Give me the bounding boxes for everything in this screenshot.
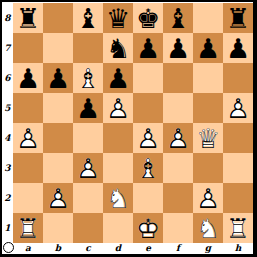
piece-bP: ♟ xyxy=(223,33,253,63)
piece-bP: ♟ xyxy=(133,33,163,63)
square-f3[interactable] xyxy=(163,153,193,183)
piece-bB: ♝ xyxy=(163,3,193,33)
rank-label-2: 2 xyxy=(2,183,13,213)
piece-bP: ♟ xyxy=(43,63,73,93)
square-e7[interactable]: ♟ xyxy=(133,33,163,63)
square-d5[interactable]: ♟♙ xyxy=(103,93,133,123)
piece-bR: ♜ xyxy=(223,3,253,33)
square-d4[interactable] xyxy=(103,123,133,153)
piece-wP: ♟♙ xyxy=(163,123,193,153)
piece-wN: ♞♘ xyxy=(103,183,133,213)
square-f4[interactable]: ♟♙ xyxy=(163,123,193,153)
square-h6[interactable] xyxy=(223,63,253,93)
square-a6[interactable]: ♟ xyxy=(13,63,43,93)
square-a5[interactable] xyxy=(13,93,43,123)
square-h3[interactable] xyxy=(223,153,253,183)
rank-label-6: 6 xyxy=(2,63,13,93)
piece-bP: ♟ xyxy=(13,63,43,93)
square-a7[interactable] xyxy=(13,33,43,63)
piece-wN: ♞♘ xyxy=(193,213,223,243)
square-c6[interactable]: ♝♗ xyxy=(73,63,103,93)
square-b2[interactable]: ♟♙ xyxy=(43,183,73,213)
file-label-g: g xyxy=(193,243,223,254)
square-c4[interactable] xyxy=(73,123,103,153)
square-f6[interactable] xyxy=(163,63,193,93)
square-d1[interactable] xyxy=(103,213,133,243)
file-label-b: b xyxy=(43,243,73,254)
square-g1[interactable]: ♞♘ xyxy=(193,213,223,243)
square-c1[interactable] xyxy=(73,213,103,243)
chess-diagram-frame: 87654321 ♜♝♛♚♝♜♞♟♟♟♟♟♟♝♗♟♟♟♙♟♙♟♙♟♙♟♙♛♕♟♙… xyxy=(0,0,257,257)
piece-wP: ♟♙ xyxy=(43,183,73,213)
square-g5[interactable] xyxy=(193,93,223,123)
square-e5[interactable] xyxy=(133,93,163,123)
square-a3[interactable] xyxy=(13,153,43,183)
square-g7[interactable]: ♟ xyxy=(193,33,223,63)
piece-wR: ♜♖ xyxy=(13,213,43,243)
square-b6[interactable]: ♟ xyxy=(43,63,73,93)
piece-wP: ♟♙ xyxy=(193,183,223,213)
square-e2[interactable] xyxy=(133,183,163,213)
square-c8[interactable]: ♝ xyxy=(73,3,103,33)
piece-bB: ♝ xyxy=(73,3,103,33)
square-h4[interactable] xyxy=(223,123,253,153)
file-label-e: e xyxy=(133,243,163,254)
square-h8[interactable]: ♜ xyxy=(223,3,253,33)
piece-bP: ♟ xyxy=(163,33,193,63)
piece-wP: ♟♙ xyxy=(103,93,133,123)
square-d2[interactable]: ♞♘ xyxy=(103,183,133,213)
square-f5[interactable] xyxy=(163,93,193,123)
square-b1[interactable] xyxy=(43,213,73,243)
square-a8[interactable]: ♜ xyxy=(13,3,43,33)
square-c3[interactable]: ♟♙ xyxy=(73,153,103,183)
rank-label-5: 5 xyxy=(2,93,13,123)
square-f1[interactable] xyxy=(163,213,193,243)
piece-wP: ♟♙ xyxy=(73,153,103,183)
piece-wK: ♚♔ xyxy=(133,213,163,243)
square-c5[interactable]: ♟ xyxy=(73,93,103,123)
square-b5[interactable] xyxy=(43,93,73,123)
square-d3[interactable] xyxy=(103,153,133,183)
square-a1[interactable]: ♜♖ xyxy=(13,213,43,243)
square-b7[interactable] xyxy=(43,33,73,63)
square-e1[interactable]: ♚♔ xyxy=(133,213,163,243)
file-label-c: c xyxy=(73,243,103,254)
rank-label-7: 7 xyxy=(2,33,13,63)
square-g3[interactable] xyxy=(193,153,223,183)
square-a4[interactable]: ♟♙ xyxy=(13,123,43,153)
rank-label-1: 1 xyxy=(2,213,13,243)
rank-label-8: 8 xyxy=(2,3,13,33)
piece-bK: ♚ xyxy=(133,3,163,33)
file-labels: abcdefgh xyxy=(13,243,253,254)
square-h7[interactable]: ♟ xyxy=(223,33,253,63)
square-e6[interactable] xyxy=(133,63,163,93)
square-e8[interactable]: ♚ xyxy=(133,3,163,33)
piece-wB: ♝♗ xyxy=(73,63,103,93)
file-label-a: a xyxy=(13,243,43,254)
chess-board: ♜♝♛♚♝♜♞♟♟♟♟♟♟♝♗♟♟♟♙♟♙♟♙♟♙♟♙♛♕♟♙♝♗♟♙♞♘♟♙♜… xyxy=(13,3,253,243)
square-b8[interactable] xyxy=(43,3,73,33)
square-d8[interactable]: ♛ xyxy=(103,3,133,33)
piece-wR: ♜♖ xyxy=(223,213,253,243)
square-e4[interactable]: ♟♙ xyxy=(133,123,163,153)
square-h2[interactable] xyxy=(223,183,253,213)
rank-labels: 87654321 xyxy=(2,3,13,243)
square-d6[interactable]: ♟ xyxy=(103,63,133,93)
square-c7[interactable] xyxy=(73,33,103,63)
piece-bQ: ♛ xyxy=(103,3,133,33)
piece-bN: ♞ xyxy=(103,33,133,63)
square-b3[interactable] xyxy=(43,153,73,183)
rank-label-3: 3 xyxy=(2,153,13,183)
square-a2[interactable] xyxy=(13,183,43,213)
piece-wP: ♟♙ xyxy=(13,123,43,153)
square-d7[interactable]: ♞ xyxy=(103,33,133,63)
square-f7[interactable]: ♟ xyxy=(163,33,193,63)
piece-bP: ♟ xyxy=(193,33,223,63)
piece-wP: ♟♙ xyxy=(133,123,163,153)
file-label-d: d xyxy=(103,243,133,254)
square-b4[interactable] xyxy=(43,123,73,153)
piece-wQ: ♛♕ xyxy=(193,123,223,153)
piece-bP: ♟ xyxy=(73,93,103,123)
square-h5[interactable]: ♟♙ xyxy=(223,93,253,123)
square-f8[interactable]: ♝ xyxy=(163,3,193,33)
file-label-h: h xyxy=(223,243,253,254)
piece-bR: ♜ xyxy=(13,3,43,33)
square-c2[interactable] xyxy=(73,183,103,213)
piece-bP: ♟ xyxy=(103,63,133,93)
square-g6[interactable] xyxy=(193,63,223,93)
square-g4[interactable]: ♛♕ xyxy=(193,123,223,153)
file-label-f: f xyxy=(163,243,193,254)
square-e3[interactable]: ♝♗ xyxy=(133,153,163,183)
square-f2[interactable] xyxy=(163,183,193,213)
square-h1[interactable]: ♜♖ xyxy=(223,213,253,243)
white-to-move-indicator-icon xyxy=(3,242,14,253)
square-g8[interactable] xyxy=(193,3,223,33)
rank-label-4: 4 xyxy=(2,123,13,153)
piece-wB: ♝♗ xyxy=(133,153,163,183)
square-g2[interactable]: ♟♙ xyxy=(193,183,223,213)
piece-wP: ♟♙ xyxy=(223,93,253,123)
